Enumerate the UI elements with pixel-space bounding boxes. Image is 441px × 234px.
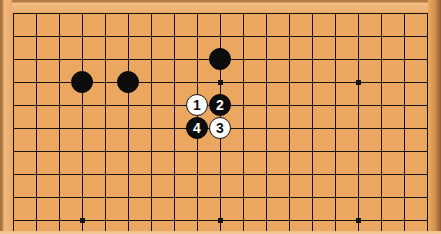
- move-4-black-stone-J14: 4: [186, 117, 208, 139]
- black-stone-D16: [71, 71, 93, 93]
- board-intersections: 1234: [2, 2, 439, 232]
- move-1-white-stone-J15: 1: [186, 94, 208, 116]
- star-point-D10: [80, 218, 85, 223]
- black-stone-K17: [209, 48, 231, 70]
- star-point-Q16: [356, 80, 361, 85]
- black-stone-F16: [117, 71, 139, 93]
- move-2-black-stone-K15: 2: [209, 94, 231, 116]
- go-board-diagram: 1234: [0, 0, 441, 234]
- star-point-Q10: [356, 218, 361, 223]
- move-3-white-stone-K14: 3: [209, 117, 231, 139]
- star-point-K10: [218, 218, 223, 223]
- star-point-K16: [218, 80, 223, 85]
